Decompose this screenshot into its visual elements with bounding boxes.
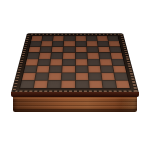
square-g2	[101, 73, 114, 80]
square-h3	[113, 66, 126, 73]
square-b3	[37, 66, 50, 73]
square-g5	[99, 53, 111, 59]
square-h6	[110, 47, 122, 52]
board-grid	[19, 36, 131, 89]
square-c3	[50, 66, 62, 73]
square-f8	[86, 36, 97, 41]
square-b7	[41, 41, 52, 46]
square-c7	[53, 41, 64, 46]
square-a6	[29, 47, 41, 52]
square-e1	[75, 81, 88, 89]
square-e5	[75, 53, 86, 59]
square-g7	[98, 41, 109, 46]
square-h8	[108, 36, 119, 41]
square-d4	[63, 59, 75, 65]
square-f4	[88, 59, 100, 65]
square-h7	[109, 41, 120, 46]
square-e4	[75, 59, 87, 65]
board-frame	[11, 33, 139, 93]
square-d3	[63, 66, 75, 73]
square-b5	[39, 53, 51, 59]
square-f7	[86, 41, 97, 46]
square-a8	[31, 36, 42, 41]
square-c2	[49, 73, 62, 80]
square-a2	[22, 73, 36, 80]
square-c1	[48, 81, 61, 89]
square-c8	[53, 36, 64, 41]
square-b2	[35, 73, 48, 80]
square-f1	[89, 81, 102, 89]
square-f6	[87, 47, 98, 52]
square-a5	[27, 53, 39, 59]
square-g4	[100, 59, 112, 65]
square-d5	[63, 53, 74, 59]
square-e8	[75, 36, 85, 41]
square-h2	[114, 73, 128, 80]
chess-board	[11, 33, 139, 93]
square-h1	[116, 81, 130, 89]
square-c6	[52, 47, 63, 52]
square-b1	[34, 81, 48, 89]
square-e2	[75, 73, 87, 80]
square-g6	[98, 47, 110, 52]
square-a4	[26, 59, 39, 65]
chessboard-box-photo	[0, 0, 150, 150]
square-a3	[24, 66, 37, 73]
square-b6	[40, 47, 52, 52]
square-d6	[64, 47, 75, 52]
square-c4	[50, 59, 62, 65]
square-a7	[30, 41, 41, 46]
square-f2	[88, 73, 101, 80]
square-b8	[42, 36, 53, 41]
square-c5	[51, 53, 63, 59]
square-f3	[88, 66, 100, 73]
square-g1	[102, 81, 116, 89]
square-h5	[111, 53, 123, 59]
square-e3	[75, 66, 87, 73]
square-d2	[62, 73, 74, 80]
wooden-box-front	[13, 97, 137, 112]
square-g3	[100, 66, 113, 73]
square-d1	[62, 81, 75, 89]
square-h4	[112, 59, 125, 65]
square-b4	[38, 59, 50, 65]
square-d8	[64, 36, 74, 41]
square-d7	[64, 41, 75, 46]
stitched-edge-top	[27, 34, 122, 35]
square-e6	[75, 47, 86, 52]
square-e7	[75, 41, 86, 46]
square-g8	[97, 36, 108, 41]
square-a1	[20, 81, 34, 89]
square-f5	[87, 53, 99, 59]
